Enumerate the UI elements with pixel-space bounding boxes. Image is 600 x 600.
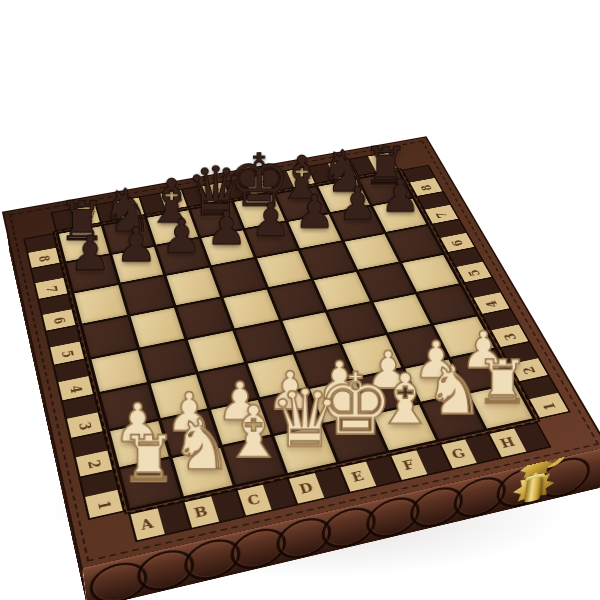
file-label-text: C <box>171 195 183 204</box>
rank-label-text: 6 <box>450 239 465 247</box>
clasp-latch-bar <box>524 476 543 503</box>
product-photo: ABCDEFGH 87654321 87654321 ABCDEFGH ♜♞♝♛… <box>0 0 600 600</box>
piece-white-knight: ♞ <box>171 410 233 480</box>
piece-black-pawn: ♟ <box>338 181 378 227</box>
rank-label-text: 4 <box>484 299 500 308</box>
file-label-text: D <box>213 187 226 196</box>
chess-box: ABCDEFGH 87654321 87654321 ABCDEFGH ♜♞♝♛… <box>4 137 600 567</box>
piece-black-pawn: ♟ <box>206 205 247 252</box>
file-label-text: H <box>378 157 393 166</box>
file-label-text: G <box>339 164 353 173</box>
file-label-text: B <box>128 202 141 212</box>
piece-black-pawn: ♟ <box>161 213 203 260</box>
file-label-text: E <box>257 179 269 188</box>
file-label-text: A <box>85 210 97 220</box>
piece-black-pawn: ♟ <box>250 197 291 244</box>
rank-label-text: 7 <box>434 211 449 219</box>
scene: ABCDEFGH 87654321 87654321 ABCDEFGH ♜♞♝♛… <box>0 0 600 600</box>
rank-label-text: 8 <box>419 184 434 191</box>
piece-white-rook: ♜ <box>121 427 178 491</box>
piece-black-pawn: ♟ <box>115 221 157 268</box>
piece-black-pawn: ♟ <box>294 189 335 235</box>
rank-label-text: 5 <box>467 269 483 277</box>
rank-label-text: 8 <box>37 254 51 262</box>
piece-black-pawn: ♟ <box>69 230 111 278</box>
rank-label-text: 7 <box>44 285 59 294</box>
file-label-text: F <box>299 172 311 181</box>
